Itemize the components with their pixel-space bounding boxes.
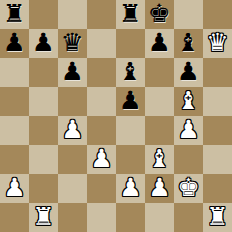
white-king-piece[interactable]: ♚ bbox=[177, 173, 199, 202]
square-c2[interactable] bbox=[58, 174, 87, 203]
square-b3[interactable] bbox=[29, 145, 58, 174]
square-c6[interactable]: ♟ bbox=[58, 58, 87, 87]
square-e2[interactable]: ♟ bbox=[116, 174, 145, 203]
square-c4[interactable]: ♟ bbox=[58, 116, 87, 145]
square-d4[interactable] bbox=[87, 116, 116, 145]
white-pawn-piece[interactable]: ♟ bbox=[148, 173, 170, 202]
square-a8[interactable]: ♜ bbox=[0, 0, 29, 29]
square-g2[interactable]: ♚ bbox=[174, 174, 203, 203]
black-pawn-piece[interactable]: ♟ bbox=[148, 28, 170, 57]
square-f6[interactable] bbox=[145, 58, 174, 87]
square-c8[interactable] bbox=[58, 0, 87, 29]
black-king-piece[interactable]: ♚ bbox=[148, 0, 170, 28]
square-e1[interactable] bbox=[116, 203, 145, 232]
square-f4[interactable] bbox=[145, 116, 174, 145]
square-h8[interactable] bbox=[203, 0, 232, 29]
square-d5[interactable] bbox=[87, 87, 116, 116]
black-pawn-piece[interactable]: ♟ bbox=[61, 57, 83, 86]
square-h2[interactable] bbox=[203, 174, 232, 203]
square-g3[interactable] bbox=[174, 145, 203, 174]
square-c5[interactable] bbox=[58, 87, 87, 116]
white-pawn-piece[interactable]: ♟ bbox=[3, 173, 25, 202]
square-e6[interactable]: ♝ bbox=[116, 58, 145, 87]
square-d6[interactable] bbox=[87, 58, 116, 87]
white-pawn-piece[interactable]: ♟ bbox=[90, 144, 112, 173]
square-f8[interactable]: ♚ bbox=[145, 0, 174, 29]
white-bishop-piece[interactable]: ♝ bbox=[177, 86, 199, 115]
square-f5[interactable] bbox=[145, 87, 174, 116]
square-c7[interactable]: ♛ bbox=[58, 29, 87, 58]
black-queen-piece[interactable]: ♛ bbox=[61, 28, 83, 57]
black-bishop-piece[interactable]: ♝ bbox=[119, 57, 141, 86]
square-b8[interactable] bbox=[29, 0, 58, 29]
black-rook-piece[interactable]: ♜ bbox=[3, 0, 25, 28]
square-a4[interactable] bbox=[0, 116, 29, 145]
black-rook-piece[interactable]: ♜ bbox=[119, 0, 141, 28]
square-d3[interactable]: ♟ bbox=[87, 145, 116, 174]
square-b5[interactable] bbox=[29, 87, 58, 116]
white-pawn-piece[interactable]: ♟ bbox=[119, 173, 141, 202]
square-g5[interactable]: ♝ bbox=[174, 87, 203, 116]
square-a5[interactable] bbox=[0, 87, 29, 116]
square-b4[interactable] bbox=[29, 116, 58, 145]
square-c3[interactable] bbox=[58, 145, 87, 174]
square-e3[interactable] bbox=[116, 145, 145, 174]
square-g7[interactable]: ♝ bbox=[174, 29, 203, 58]
square-a7[interactable]: ♟ bbox=[0, 29, 29, 58]
square-b7[interactable]: ♟ bbox=[29, 29, 58, 58]
chess-board: ♜♜♚♟♟♛♟♝♛♟♝♟♟♝♟♟♟♝♟♟♟♚♜♜ bbox=[0, 0, 232, 232]
black-pawn-piece[interactable]: ♟ bbox=[32, 28, 54, 57]
square-h7[interactable]: ♛ bbox=[203, 29, 232, 58]
square-g1[interactable] bbox=[174, 203, 203, 232]
black-pawn-piece[interactable]: ♟ bbox=[177, 57, 199, 86]
square-h3[interactable] bbox=[203, 145, 232, 174]
square-e7[interactable] bbox=[116, 29, 145, 58]
square-f3[interactable]: ♝ bbox=[145, 145, 174, 174]
square-c1[interactable] bbox=[58, 203, 87, 232]
square-b6[interactable] bbox=[29, 58, 58, 87]
square-d8[interactable] bbox=[87, 0, 116, 29]
square-b1[interactable]: ♜ bbox=[29, 203, 58, 232]
square-a6[interactable] bbox=[0, 58, 29, 87]
square-e4[interactable] bbox=[116, 116, 145, 145]
white-rook-piece[interactable]: ♜ bbox=[206, 202, 228, 231]
black-bishop-piece[interactable]: ♝ bbox=[177, 28, 199, 57]
square-h6[interactable] bbox=[203, 58, 232, 87]
square-d7[interactable] bbox=[87, 29, 116, 58]
square-b2[interactable] bbox=[29, 174, 58, 203]
black-pawn-piece[interactable]: ♟ bbox=[119, 86, 141, 115]
square-g6[interactable]: ♟ bbox=[174, 58, 203, 87]
square-f1[interactable] bbox=[145, 203, 174, 232]
square-d1[interactable] bbox=[87, 203, 116, 232]
square-g4[interactable]: ♟ bbox=[174, 116, 203, 145]
square-e8[interactable]: ♜ bbox=[116, 0, 145, 29]
square-f7[interactable]: ♟ bbox=[145, 29, 174, 58]
square-e5[interactable]: ♟ bbox=[116, 87, 145, 116]
white-bishop-piece[interactable]: ♝ bbox=[148, 144, 170, 173]
square-h5[interactable] bbox=[203, 87, 232, 116]
square-a3[interactable] bbox=[0, 145, 29, 174]
white-rook-piece[interactable]: ♜ bbox=[32, 202, 54, 231]
white-queen-piece[interactable]: ♛ bbox=[206, 28, 228, 57]
square-d2[interactable] bbox=[87, 174, 116, 203]
square-h1[interactable]: ♜ bbox=[203, 203, 232, 232]
square-g8[interactable] bbox=[174, 0, 203, 29]
square-a2[interactable]: ♟ bbox=[0, 174, 29, 203]
white-pawn-piece[interactable]: ♟ bbox=[177, 115, 199, 144]
white-pawn-piece[interactable]: ♟ bbox=[61, 115, 83, 144]
square-f2[interactable]: ♟ bbox=[145, 174, 174, 203]
black-pawn-piece[interactable]: ♟ bbox=[3, 28, 25, 57]
square-h4[interactable] bbox=[203, 116, 232, 145]
square-a1[interactable] bbox=[0, 203, 29, 232]
